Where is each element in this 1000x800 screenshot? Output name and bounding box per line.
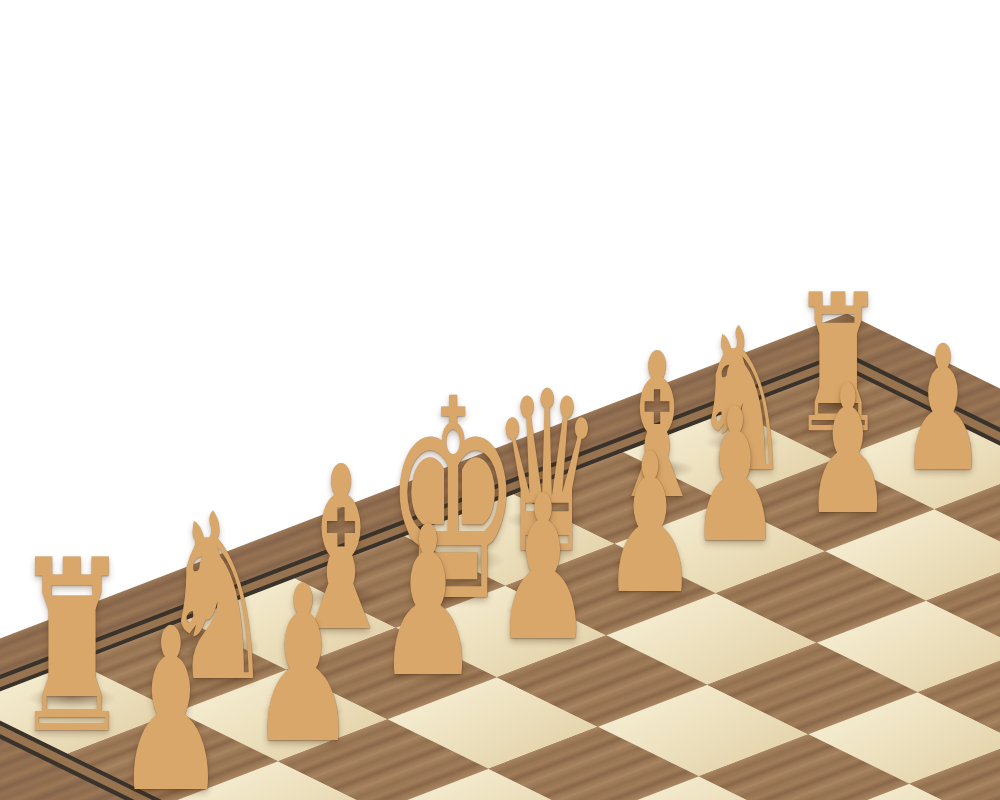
board-border — [0, 313, 1000, 800]
chess-set-photo: ♜♞♝♚♛♝♞♜♟♟♟♟♟♟♟♟ — [0, 0, 1000, 800]
chess-board — [0, 364, 1000, 800]
